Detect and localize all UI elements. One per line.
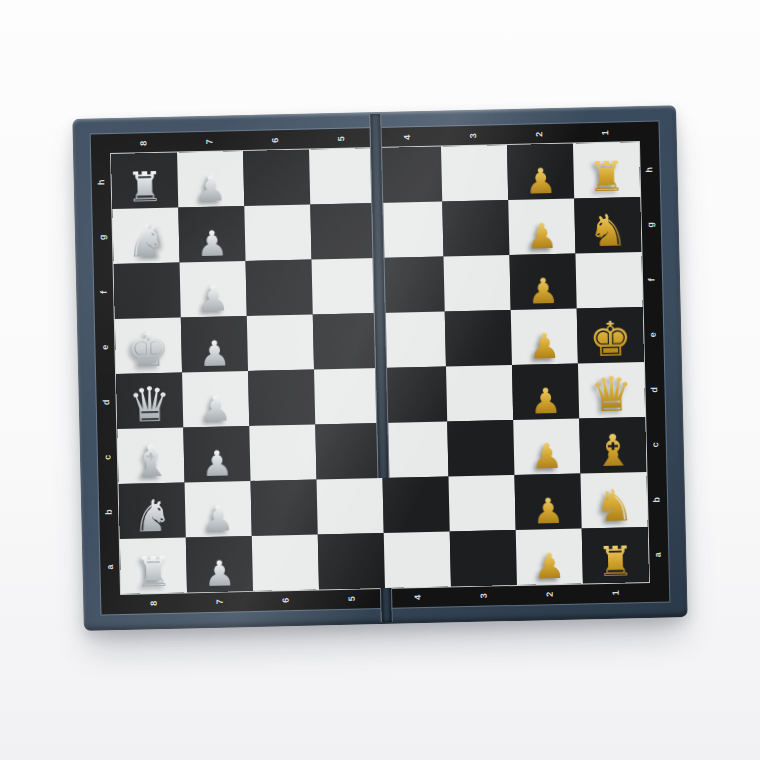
square-h5[interactable] [309, 148, 376, 204]
piece-gold-bishop[interactable]: ♝ [593, 428, 633, 473]
photo-background: ♜♟♟♜♞♟♟♞♟♟♚♟♟♚♛♟♟♛♝♟♟♝♞♟♟♞♜♟♟♜ 876543218… [0, 0, 760, 760]
square-e7[interactable]: ♟ [181, 316, 248, 372]
left-label-f: f [100, 290, 109, 293]
piece-gold-king[interactable]: ♚ [588, 314, 632, 363]
square-b3[interactable] [448, 475, 515, 531]
right-label-h: h [645, 166, 654, 172]
piece-gold-pawn[interactable]: ♟ [527, 274, 559, 310]
square-g7[interactable]: ♟ [178, 206, 245, 262]
top-label-6: 6 [271, 138, 280, 143]
square-c1[interactable]: ♝ [579, 417, 646, 473]
piece-silver-pawn[interactable]: ♟ [200, 391, 232, 427]
piece-silver-pawn[interactable]: ♟ [199, 336, 231, 372]
square-a6[interactable] [252, 534, 319, 590]
piece-silver-queen[interactable]: ♛ [128, 380, 172, 429]
piece-gold-rook[interactable]: ♜ [588, 156, 626, 198]
square-h7[interactable]: ♟ [177, 151, 244, 207]
piece-gold-knight[interactable]: ♞ [594, 483, 634, 528]
piece-silver-pawn[interactable]: ♟ [197, 281, 229, 317]
square-d5[interactable] [314, 368, 381, 424]
piece-gold-pawn[interactable]: ♟ [533, 549, 565, 585]
piece-silver-rook[interactable]: ♜ [126, 167, 164, 209]
square-a2[interactable]: ♟ [516, 528, 583, 584]
square-a1[interactable]: ♜ [582, 527, 649, 583]
right-label-a: a [654, 552, 663, 557]
chess-board: ♜♟♟♜♞♟♟♞♟♟♚♟♟♚♛♟♟♛♝♟♟♝♞♟♟♞♜♟♟♜ 876543218… [72, 105, 687, 631]
piece-gold-rook[interactable]: ♜ [597, 541, 635, 583]
square-b7[interactable]: ♟ [185, 481, 252, 537]
bottom-label-4: 4 [414, 595, 423, 600]
bottom-label-6: 6 [282, 598, 291, 603]
right-label-b: b [652, 496, 661, 502]
left-label-g: g [98, 234, 107, 240]
piece-gold-pawn[interactable]: ♟ [528, 329, 560, 365]
piece-gold-pawn[interactable]: ♟ [530, 384, 562, 420]
square-h4[interactable] [375, 147, 442, 203]
piece-silver-pawn[interactable]: ♟ [204, 556, 236, 592]
top-label-1: 1 [601, 130, 610, 135]
right-label-c: c [651, 442, 660, 447]
piece-gold-queen[interactable]: ♛ [590, 369, 634, 418]
square-b6[interactable] [251, 479, 318, 535]
bottom-label-5: 5 [348, 596, 357, 601]
square-b4[interactable] [382, 476, 449, 532]
right-label-f: f [648, 278, 657, 281]
square-c5[interactable] [315, 423, 382, 479]
square-h8[interactable]: ♜ [111, 153, 178, 209]
piece-silver-bishop[interactable]: ♝ [131, 439, 171, 484]
top-label-4: 4 [403, 135, 412, 140]
piece-gold-pawn[interactable]: ♟ [526, 219, 558, 255]
right-label-d: d [650, 386, 659, 392]
square-a4[interactable] [384, 531, 451, 587]
square-e5[interactable] [313, 313, 380, 369]
piece-silver-knight[interactable]: ♞ [132, 494, 172, 539]
square-b5[interactable] [317, 478, 384, 534]
top-label-2: 2 [535, 132, 544, 137]
square-e4[interactable] [379, 312, 446, 368]
square-b8[interactable]: ♞ [119, 482, 186, 538]
square-g3[interactable] [442, 200, 509, 256]
top-label-3: 3 [469, 133, 478, 138]
piece-silver-pawn[interactable]: ♟ [195, 171, 227, 207]
square-c8[interactable]: ♝ [117, 427, 184, 483]
square-f7[interactable]: ♟ [180, 261, 247, 317]
square-e6[interactable] [247, 315, 314, 371]
square-e1[interactable]: ♚ [577, 307, 644, 363]
square-f1[interactable] [575, 252, 642, 308]
square-b2[interactable]: ♟ [514, 473, 581, 529]
top-label-8: 8 [139, 141, 148, 146]
square-c3[interactable] [447, 420, 514, 476]
square-a5[interactable] [318, 533, 385, 589]
square-e2[interactable]: ♟ [511, 309, 578, 365]
top-label-5: 5 [337, 136, 346, 141]
square-f2[interactable]: ♟ [509, 254, 576, 310]
square-g1[interactable]: ♞ [574, 197, 641, 253]
square-f6[interactable] [246, 260, 313, 316]
square-d3[interactable] [446, 365, 513, 421]
square-f5[interactable] [312, 258, 379, 314]
square-h1[interactable]: ♜ [573, 142, 640, 198]
left-label-d: d [102, 399, 111, 405]
square-a3[interactable] [450, 530, 517, 586]
piece-gold-pawn[interactable]: ♟ [531, 439, 563, 475]
piece-silver-knight[interactable]: ♞ [126, 219, 166, 264]
bottom-label-7: 7 [216, 599, 225, 604]
square-d6[interactable] [248, 369, 315, 425]
square-f3[interactable] [443, 255, 510, 311]
square-d2[interactable]: ♟ [512, 364, 579, 420]
left-label-h: h [97, 179, 106, 185]
bottom-label-8: 8 [150, 601, 159, 606]
square-c4[interactable] [381, 421, 448, 477]
piece-silver-pawn[interactable]: ♟ [196, 226, 228, 262]
square-f4[interactable] [378, 257, 445, 313]
top-label-7: 7 [205, 139, 214, 144]
square-f8[interactable] [114, 263, 181, 319]
square-g6[interactable] [244, 205, 311, 261]
piece-gold-pawn[interactable]: ♟ [532, 494, 564, 530]
square-a7[interactable]: ♟ [186, 536, 253, 592]
square-d8[interactable]: ♛ [116, 372, 183, 428]
bottom-label-1: 1 [612, 590, 621, 595]
right-label-g: g [646, 221, 655, 227]
square-a8[interactable]: ♜ [120, 537, 187, 593]
square-c2[interactable]: ♟ [513, 418, 580, 474]
piece-gold-pawn[interactable]: ♟ [525, 164, 557, 200]
piece-gold-knight[interactable]: ♞ [588, 208, 628, 253]
bottom-label-3: 3 [480, 593, 489, 598]
square-g2[interactable]: ♟ [508, 199, 575, 255]
square-e8[interactable]: ♚ [115, 318, 182, 374]
left-label-e: e [101, 344, 110, 349]
square-h3[interactable] [441, 145, 508, 201]
square-b1[interactable]: ♞ [580, 472, 647, 528]
square-c7[interactable]: ♟ [183, 426, 250, 482]
left-label-a: a [106, 564, 115, 569]
left-label-c: c [103, 454, 112, 459]
square-h6[interactable] [243, 150, 310, 206]
piece-silver-pawn[interactable]: ♟ [202, 501, 234, 537]
square-c6[interactable] [249, 424, 316, 480]
square-d4[interactable] [380, 367, 447, 423]
bottom-label-2: 2 [546, 592, 555, 597]
square-e3[interactable] [445, 310, 512, 366]
square-d7[interactable]: ♟ [182, 371, 249, 427]
square-h2[interactable]: ♟ [507, 144, 574, 200]
square-g4[interactable] [376, 202, 443, 258]
piece-silver-king[interactable]: ♚ [126, 325, 170, 374]
piece-silver-pawn[interactable]: ♟ [201, 446, 233, 482]
piece-silver-rook[interactable]: ♜ [135, 552, 173, 594]
left-label-b: b [105, 509, 114, 515]
square-g8[interactable]: ♞ [112, 208, 179, 264]
square-g5[interactable] [310, 203, 377, 259]
square-d1[interactable]: ♛ [578, 362, 645, 418]
right-label-e: e [649, 332, 658, 337]
